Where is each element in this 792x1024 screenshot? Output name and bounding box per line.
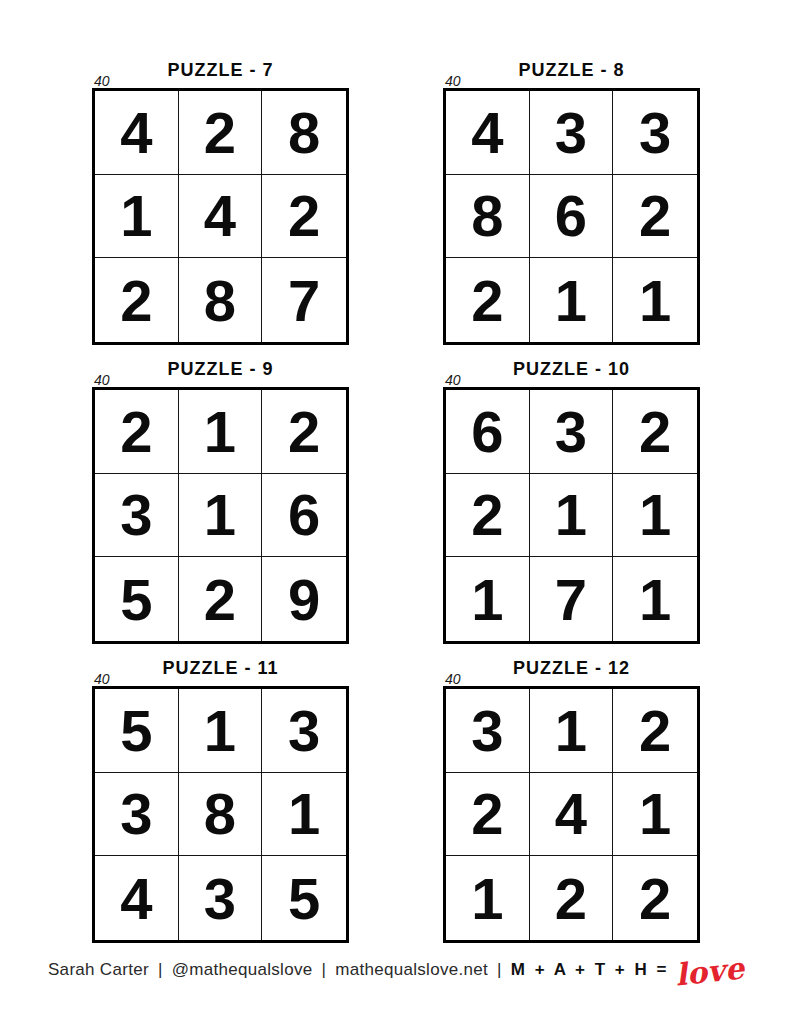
grid-cell-r1c2: 1: [530, 689, 614, 773]
grid-cell-r2c1: 8: [446, 175, 530, 259]
footer-author: Sarah Carter: [48, 960, 149, 980]
grid-cell-r3c2: 1: [530, 258, 614, 342]
grid-cell-r1c1: 3: [446, 689, 530, 773]
grid-cell-r1c2: 3: [530, 91, 614, 175]
grid-cell-r2c2: 1: [530, 474, 614, 558]
footer-separator: |: [158, 960, 163, 980]
grid-cell-r3c1: 1: [446, 856, 530, 940]
grid-cell-r1c1: 4: [446, 91, 530, 175]
grid-cell-r3c3: 5: [262, 856, 346, 940]
grid-cell-r1c3: 2: [262, 390, 346, 474]
puzzle-grid: 212316529: [92, 387, 349, 644]
puzzle-card-11: PUZZLE - 1140513381435: [92, 658, 349, 943]
grid-cell-r1c1: 2: [95, 390, 179, 474]
grid-cell-r2c1: 2: [446, 773, 530, 857]
grid-cell-r1c2: 1: [179, 390, 263, 474]
grid-cell-r1c2: 3: [530, 390, 614, 474]
footer-separator: |: [497, 960, 502, 980]
grid-cell-r2c3: 1: [613, 773, 697, 857]
grid-cell-r2c1: 3: [95, 773, 179, 857]
grid-cell-r1c3: 3: [262, 689, 346, 773]
grid-cell-r1c1: 4: [95, 91, 179, 175]
footer-separator: |: [321, 960, 326, 980]
grid-cell-r3c1: 1: [446, 557, 530, 641]
grid-cell-r2c2: 6: [530, 175, 614, 259]
grid-cell-r1c3: 2: [613, 390, 697, 474]
footer-love-script: love: [674, 953, 746, 990]
grid-cell-r2c2: 8: [179, 773, 263, 857]
grid-cell-r1c2: 2: [179, 91, 263, 175]
grid-cell-r3c3: 2: [613, 856, 697, 940]
grid-cell-r2c3: 1: [262, 773, 346, 857]
grid-cell-r2c3: 2: [613, 175, 697, 259]
puzzle-grid: 428142287: [92, 88, 349, 345]
grid-cell-r2c2: 4: [530, 773, 614, 857]
grid-cell-r1c3: 3: [613, 91, 697, 175]
puzzle-grid: 632211171: [443, 387, 700, 644]
grid-cell-r3c2: 2: [530, 856, 614, 940]
grid-cell-r2c2: 1: [179, 474, 263, 558]
puzzle-card-9: PUZZLE - 940212316529: [92, 359, 349, 644]
footer: Sarah Carter | @mathequalslove | mathequ…: [0, 950, 792, 990]
grid-cell-r2c1: 1: [95, 175, 179, 259]
grid-cell-r3c2: 3: [179, 856, 263, 940]
grid-cell-r3c1: 2: [446, 258, 530, 342]
puzzle-card-8: PUZZLE - 840433862211: [443, 60, 700, 345]
grid-cell-r3c2: 2: [179, 557, 263, 641]
grid-cell-r3c2: 7: [530, 557, 614, 641]
grid-cell-r3c3: 7: [262, 258, 346, 342]
puzzle-grid: 312241122: [443, 686, 700, 943]
footer-motto: M + A + T + H =: [511, 960, 669, 980]
grid-cell-r3c1: 4: [95, 856, 179, 940]
grid-cell-r2c1: 2: [446, 474, 530, 558]
puzzle-grid: 433862211: [443, 88, 700, 345]
grid-cell-r1c2: 1: [179, 689, 263, 773]
grid-cell-r3c3: 9: [262, 557, 346, 641]
puzzle-card-7: PUZZLE - 740428142287: [92, 60, 349, 345]
footer-website: mathequalslove.net: [335, 960, 488, 980]
grid-cell-r3c3: 1: [613, 258, 697, 342]
grid-cell-r3c1: 2: [95, 258, 179, 342]
puzzle-card-12: PUZZLE - 1240312241122: [443, 658, 700, 943]
grid-cell-r3c1: 5: [95, 557, 179, 641]
grid-cell-r3c2: 8: [179, 258, 263, 342]
grid-cell-r1c3: 2: [613, 689, 697, 773]
grid-cell-r1c1: 6: [446, 390, 530, 474]
grid-cell-r2c2: 4: [179, 175, 263, 259]
grid-cell-r2c1: 3: [95, 474, 179, 558]
worksheet-page: { "game": "3x3 number grid logic puzzles…: [0, 0, 792, 1024]
footer-handle: @mathequalslove: [172, 960, 313, 980]
grid-cell-r2c3: 2: [262, 175, 346, 259]
puzzle-card-10: PUZZLE - 1040632211171: [443, 359, 700, 644]
grid-cell-r1c1: 5: [95, 689, 179, 773]
grid-cell-r1c3: 8: [262, 91, 346, 175]
grid-cell-r3c3: 1: [613, 557, 697, 641]
grid-cell-r2c3: 6: [262, 474, 346, 558]
puzzle-grid: 513381435: [92, 686, 349, 943]
grid-cell-r2c3: 1: [613, 474, 697, 558]
